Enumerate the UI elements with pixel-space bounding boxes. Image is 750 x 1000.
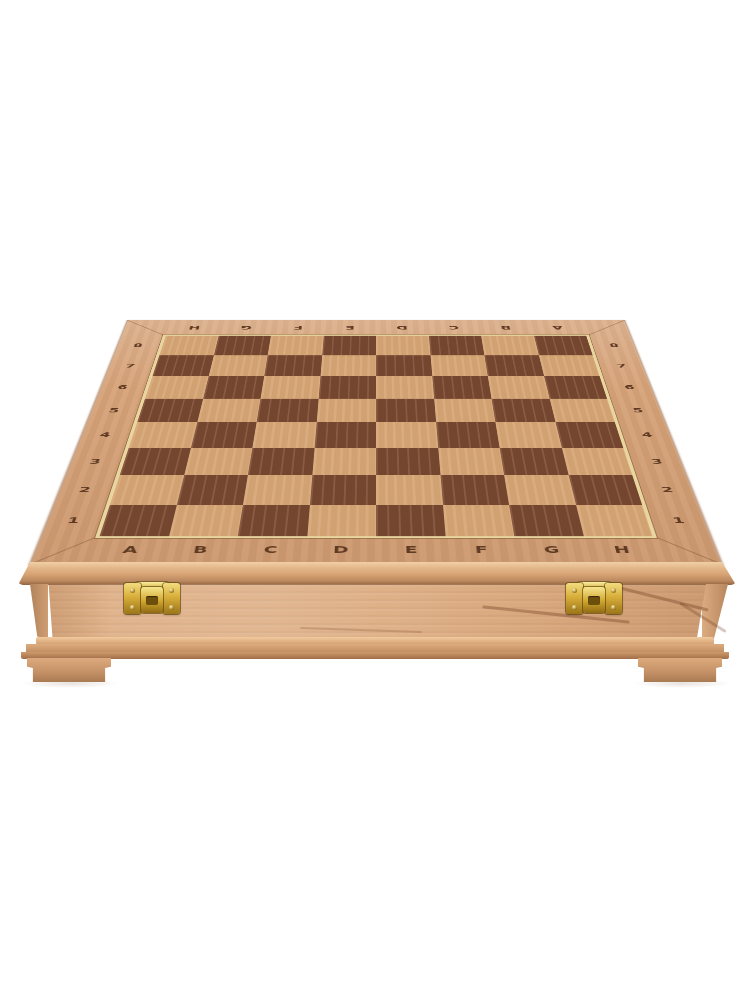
square-c4	[252, 422, 316, 447]
square-e6	[376, 376, 434, 398]
coordinate-label: F	[446, 543, 518, 555]
latch-right	[566, 583, 622, 616]
coordinate-label: E	[324, 324, 376, 331]
square-e8	[376, 336, 430, 356]
square-h1	[576, 505, 653, 537]
box-side-right	[702, 584, 728, 642]
coordinate-label: 7	[604, 355, 639, 376]
square-g3	[500, 448, 569, 475]
coordinate-label: 5	[95, 398, 133, 422]
screw	[611, 588, 616, 593]
square-a2	[110, 475, 184, 504]
square-h5	[549, 398, 615, 422]
square-h3	[561, 448, 632, 475]
square-c2	[243, 475, 312, 504]
square-d5	[316, 398, 376, 422]
coordinate-label: D	[376, 324, 428, 331]
box-side-left	[30, 584, 48, 642]
file-labels-near: ABCDEFGH	[93, 543, 659, 555]
coordinate-label: H	[585, 543, 659, 555]
coordinate-label: 6	[104, 376, 141, 398]
square-a5	[137, 398, 203, 422]
square-f4	[436, 422, 500, 447]
square-e3	[376, 448, 440, 475]
coordinate-label: B	[479, 324, 532, 331]
square-f2	[440, 475, 509, 504]
coordinate-label: 7	[113, 355, 148, 376]
coordinate-label: 5	[619, 398, 657, 422]
square-a6	[145, 376, 208, 398]
square-f8	[429, 336, 485, 356]
square-c7	[264, 355, 322, 376]
square-c6	[261, 376, 321, 398]
coordinate-label: 8	[597, 336, 631, 356]
latch-left	[124, 583, 180, 616]
square-h4	[555, 422, 623, 447]
latch-hasp	[141, 587, 163, 613]
square-h6	[544, 376, 607, 398]
square-a3	[120, 448, 191, 475]
square-b2	[176, 475, 247, 504]
screw	[169, 588, 174, 593]
screw	[169, 605, 174, 610]
screw	[572, 605, 577, 610]
square-b8	[213, 336, 270, 356]
coordinate-label: C	[235, 543, 307, 555]
square-e2	[376, 475, 443, 504]
coordinate-label: A	[531, 324, 585, 331]
square-d6	[318, 376, 376, 398]
latch-hasp	[583, 587, 605, 613]
coordinate-label: 8	[121, 336, 155, 356]
square-b6	[203, 376, 264, 398]
frame-mitre-joint	[588, 320, 625, 335]
square-f1	[443, 505, 515, 537]
square-a4	[129, 422, 197, 447]
square-a8	[159, 336, 218, 356]
square-g4	[495, 422, 561, 447]
playing-field	[95, 335, 657, 539]
coordinate-label: 6	[611, 376, 648, 398]
coordinate-label: 2	[646, 475, 690, 504]
square-c3	[248, 448, 314, 475]
square-c5	[257, 398, 319, 422]
square-e4	[376, 422, 438, 447]
square-e1	[376, 505, 445, 537]
square-b4	[191, 422, 257, 447]
chessboard-top: ABCDEFGH ABCDEFGH 87654321 87654321	[30, 320, 722, 565]
coordinate-label: C	[428, 324, 481, 331]
coordinate-label: F	[272, 324, 325, 331]
coordinate-label: 1	[50, 505, 96, 537]
square-g6	[488, 376, 549, 398]
coordinate-label: 2	[63, 475, 107, 504]
square-h7	[539, 355, 600, 376]
frame-mitre-joint	[29, 537, 96, 565]
square-d1	[307, 505, 376, 537]
coordinate-label: D	[305, 543, 376, 555]
square-c1	[238, 505, 310, 537]
screw	[130, 605, 135, 610]
square-h8	[534, 336, 593, 356]
screw	[611, 605, 616, 610]
square-e7	[376, 355, 432, 376]
square-d4	[314, 422, 376, 447]
coordinate-label: 3	[74, 448, 116, 475]
lid-edge-molding	[18, 562, 736, 585]
square-a7	[152, 355, 213, 376]
square-d8	[322, 336, 376, 356]
base-molding-bottom	[21, 652, 729, 659]
screw	[130, 588, 135, 593]
square-g8	[481, 336, 538, 356]
coordinate-label: A	[93, 543, 167, 555]
square-b3	[184, 448, 253, 475]
coordinate-label: E	[376, 543, 447, 555]
square-g2	[504, 475, 575, 504]
coordinate-label: H	[167, 324, 221, 331]
square-d7	[320, 355, 376, 376]
square-g1	[509, 505, 583, 537]
square-g5	[491, 398, 555, 422]
square-e5	[376, 398, 436, 422]
coordinate-label: G	[515, 543, 588, 555]
foot-right	[638, 658, 722, 682]
square-d3	[312, 448, 376, 475]
square-b5	[197, 398, 261, 422]
square-c8	[268, 336, 324, 356]
coordinate-label: 3	[636, 448, 678, 475]
coordinate-label: G	[219, 324, 272, 331]
foot-left	[27, 658, 111, 682]
square-f3	[438, 448, 504, 475]
coordinate-label: B	[164, 543, 237, 555]
coordinate-label: 1	[656, 505, 702, 537]
file-labels-far: ABCDEFGH	[167, 324, 584, 331]
coordinate-label: 4	[627, 422, 667, 447]
square-f5	[434, 398, 496, 422]
frame-mitre-joint	[127, 320, 164, 335]
frame-mitre-joint	[656, 537, 723, 565]
coordinate-label: 4	[85, 422, 125, 447]
square-a1	[99, 505, 176, 537]
square-b7	[208, 355, 267, 376]
product-photo-background: ABCDEFGH ABCDEFGH 87654321 87654321	[0, 0, 750, 1000]
square-h2	[568, 475, 642, 504]
square-b1	[169, 505, 243, 537]
square-f6	[432, 376, 492, 398]
square-d2	[309, 475, 376, 504]
screw	[572, 588, 577, 593]
square-g7	[484, 355, 543, 376]
square-f7	[430, 355, 488, 376]
